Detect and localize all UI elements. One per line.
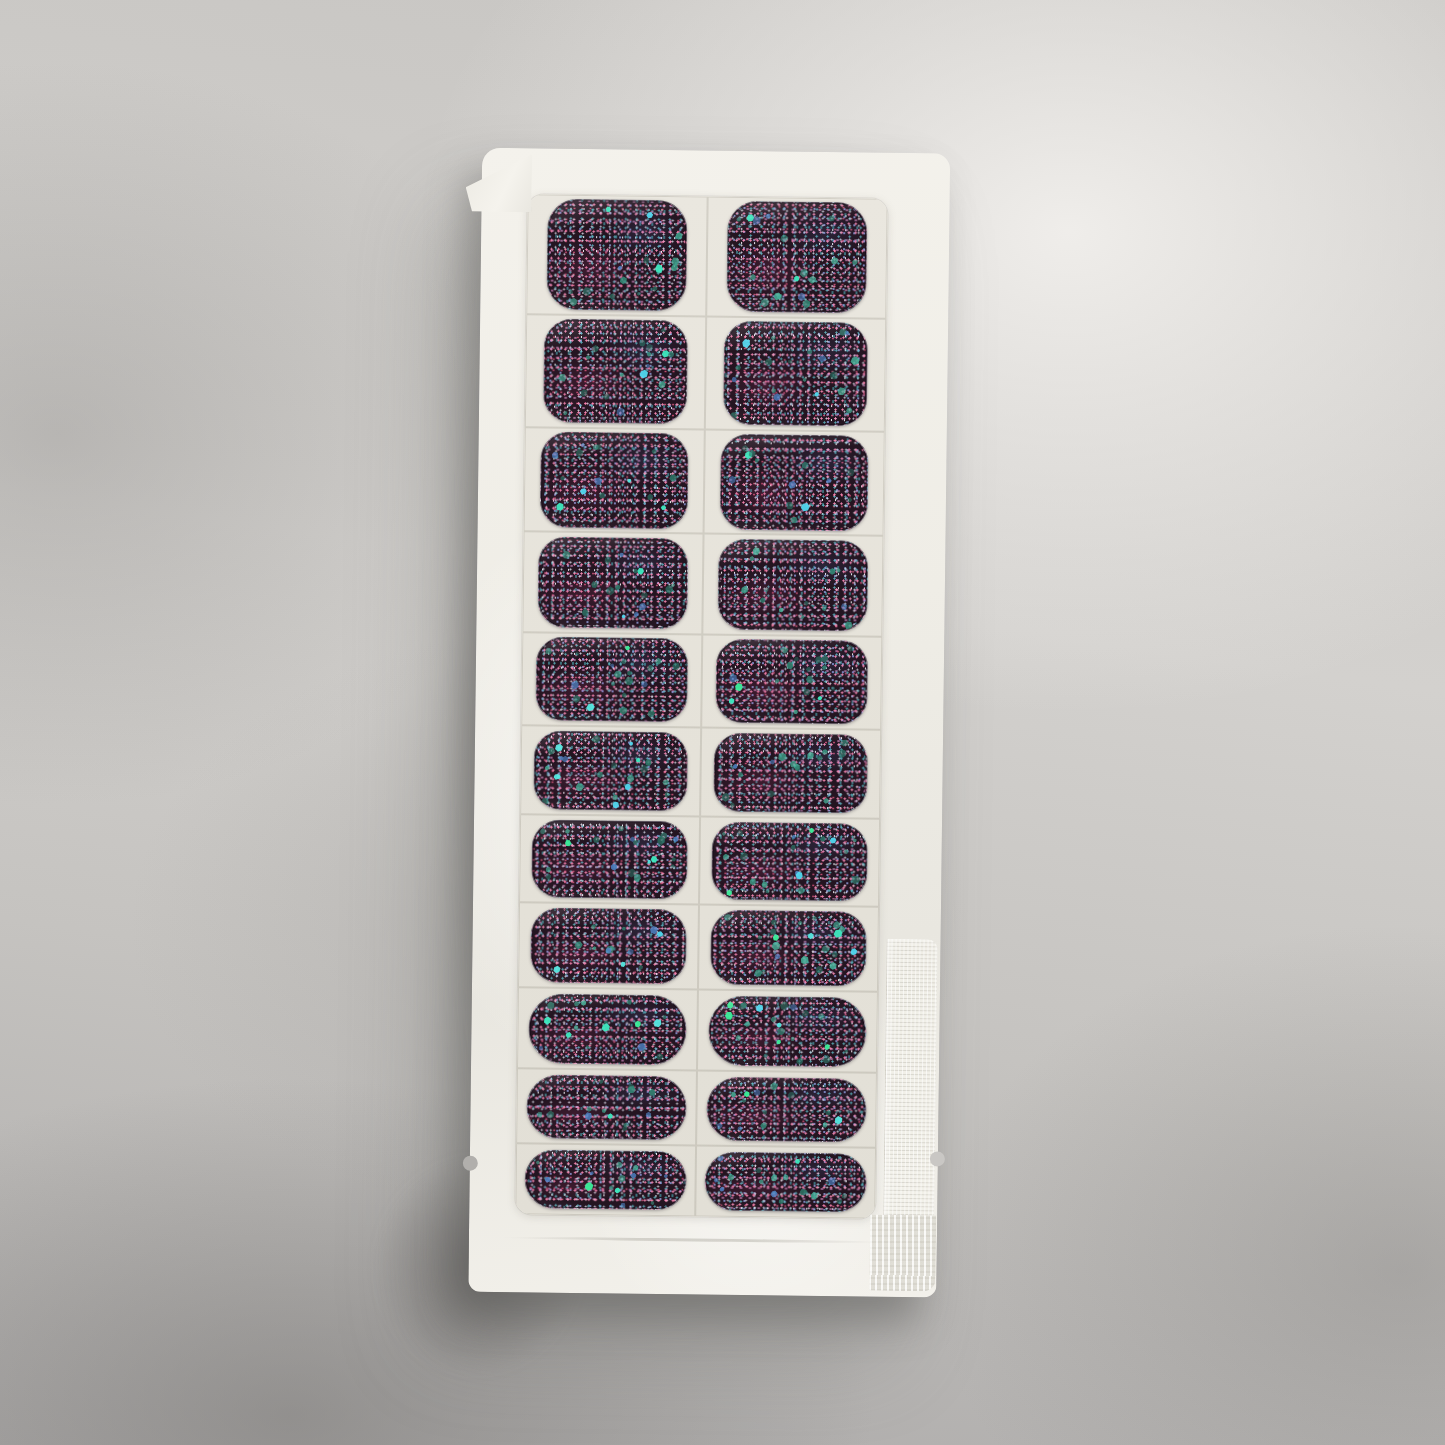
hex-sequin bbox=[668, 473, 679, 484]
hex-sequin bbox=[791, 844, 797, 850]
hex-sequin bbox=[754, 458, 759, 463]
hex-sequin bbox=[562, 410, 568, 416]
hex-sequin bbox=[579, 388, 589, 398]
hex-sequin bbox=[648, 925, 658, 935]
hex-sequin bbox=[564, 827, 571, 834]
hex-sequin bbox=[793, 710, 798, 715]
hex-sequin bbox=[811, 915, 818, 922]
hex-sequin bbox=[831, 920, 842, 931]
hex-sequin bbox=[575, 783, 585, 793]
hex-sequin bbox=[660, 327, 667, 334]
sheet-row bbox=[516, 1068, 877, 1147]
sheet-cell bbox=[698, 904, 879, 991]
hex-sequin bbox=[640, 590, 650, 600]
sheet-cell bbox=[524, 427, 705, 534]
hex-sequin bbox=[725, 889, 733, 897]
hex-sequin bbox=[798, 267, 810, 279]
hex-sequin bbox=[720, 791, 732, 803]
hex-sequin bbox=[809, 1191, 819, 1201]
sheet-cell bbox=[702, 534, 883, 636]
sheet-cell bbox=[696, 1071, 877, 1148]
hex-sequin bbox=[626, 947, 635, 956]
hex-sequin bbox=[615, 1160, 624, 1169]
hex-sequin bbox=[632, 1164, 640, 1172]
hex-sequin bbox=[663, 791, 670, 798]
tear-notch-left bbox=[463, 1156, 478, 1171]
hex-sequin bbox=[538, 1045, 544, 1051]
hex-sequin bbox=[556, 774, 562, 780]
hex-sequin bbox=[772, 933, 780, 941]
hex-sequin bbox=[727, 1173, 736, 1182]
hex-sequin bbox=[801, 377, 807, 383]
nail-wrap bbox=[530, 907, 688, 984]
hex-sequin bbox=[821, 1121, 828, 1128]
hex-sequin bbox=[573, 939, 584, 950]
hex-sequin bbox=[838, 328, 847, 337]
hex-sequin bbox=[671, 835, 679, 843]
hex-sequin bbox=[736, 1125, 744, 1133]
hex-sequin bbox=[570, 679, 581, 690]
hex-sequin bbox=[590, 344, 600, 354]
hex-sequin bbox=[806, 348, 814, 356]
hex-sequin bbox=[800, 1189, 808, 1197]
hex-sequin bbox=[647, 1088, 657, 1098]
hex-sequin bbox=[827, 214, 836, 223]
hex-sequin bbox=[789, 760, 797, 768]
hex-sequin bbox=[776, 1026, 786, 1036]
sheet-cell bbox=[522, 532, 703, 634]
hex-sequin bbox=[650, 448, 657, 455]
hex-sequin bbox=[605, 206, 611, 212]
hex-sequin bbox=[621, 691, 628, 698]
hex-sequin bbox=[611, 800, 620, 809]
nail-wrap bbox=[720, 434, 869, 532]
hex-sequin bbox=[737, 772, 744, 779]
hex-sequin bbox=[769, 1189, 779, 1199]
hex-sequin bbox=[640, 679, 650, 689]
sheet-cell bbox=[697, 990, 878, 1073]
sheet-row bbox=[518, 902, 879, 991]
sheet-cell bbox=[516, 1068, 697, 1145]
hex-sequin bbox=[761, 881, 768, 888]
hex-sequin bbox=[639, 764, 649, 774]
hex-sequin bbox=[635, 1041, 647, 1053]
hex-sequin bbox=[623, 1122, 630, 1129]
hex-sequin bbox=[841, 603, 848, 610]
hex-sequin bbox=[645, 363, 651, 369]
hex-sequin bbox=[837, 925, 846, 934]
hex-sequin bbox=[747, 449, 757, 459]
hex-sequin bbox=[790, 1037, 795, 1042]
hex-sequin bbox=[755, 1003, 765, 1013]
hex-sequin bbox=[792, 834, 797, 839]
hex-sequin bbox=[612, 794, 619, 801]
hex-sequin bbox=[852, 838, 857, 843]
hex-sequin bbox=[830, 256, 840, 266]
hex-sequin bbox=[816, 1011, 826, 1021]
hex-sequin bbox=[626, 670, 633, 677]
hex-sequin bbox=[610, 761, 620, 771]
hex-sequin bbox=[664, 583, 675, 594]
hex-sequin bbox=[633, 611, 640, 618]
hex-sequin bbox=[801, 298, 812, 309]
hex-sequin bbox=[655, 1051, 665, 1061]
hex-sequin bbox=[551, 451, 560, 460]
nail-wrap-sheet bbox=[515, 194, 887, 1218]
hex-sequin bbox=[645, 343, 655, 353]
hex-sequin bbox=[757, 934, 763, 940]
hex-sequin bbox=[624, 676, 634, 686]
hex-sequin bbox=[806, 751, 816, 761]
hex-sequin bbox=[626, 1084, 637, 1095]
hex-sequin bbox=[824, 1042, 832, 1050]
sheet-cell bbox=[700, 727, 881, 818]
hex-sequin bbox=[725, 1012, 734, 1021]
hex-sequin bbox=[728, 697, 736, 705]
hex-sequin bbox=[807, 931, 816, 940]
hex-sequin bbox=[590, 733, 602, 745]
nail-wrap bbox=[717, 538, 868, 631]
hex-sequin bbox=[721, 831, 727, 837]
hex-sequin bbox=[579, 442, 585, 448]
hex-sequin bbox=[821, 664, 828, 671]
sheet-row bbox=[520, 725, 881, 819]
nail-wrap bbox=[538, 536, 689, 629]
hex-sequin bbox=[785, 501, 794, 510]
hex-sequin bbox=[737, 1001, 747, 1011]
hex-sequin bbox=[775, 1022, 782, 1029]
hex-sequin bbox=[832, 927, 844, 939]
sheet-row bbox=[526, 194, 887, 318]
hex-sequin bbox=[840, 738, 850, 748]
hex-sequin bbox=[582, 609, 590, 617]
hex-sequin bbox=[805, 666, 812, 673]
hex-sequin bbox=[736, 216, 743, 223]
sheet-cell bbox=[518, 902, 699, 989]
hex-sequin bbox=[620, 961, 627, 968]
hex-sequin bbox=[627, 885, 633, 891]
hex-sequin bbox=[773, 677, 780, 684]
hex-sequin bbox=[742, 1090, 750, 1098]
hex-sequin bbox=[748, 877, 756, 885]
hex-sequin bbox=[803, 1189, 808, 1194]
hex-sequin bbox=[820, 1053, 832, 1065]
hex-sequin bbox=[844, 1048, 850, 1054]
hex-sequin bbox=[617, 265, 623, 271]
hex-sequin bbox=[635, 291, 641, 297]
hex-sequin bbox=[627, 1083, 636, 1092]
hex-sequin bbox=[846, 468, 855, 477]
hex-sequin bbox=[849, 947, 859, 957]
hex-sequin bbox=[827, 1177, 836, 1186]
hex-sequin bbox=[609, 293, 618, 302]
hex-sequin bbox=[731, 763, 738, 770]
hex-sequin bbox=[844, 849, 850, 855]
nail-wrap-package bbox=[468, 148, 950, 1298]
hex-sequin bbox=[671, 257, 680, 266]
hex-sequin bbox=[544, 646, 553, 655]
hex-sequin bbox=[560, 474, 567, 481]
sheet-cell bbox=[705, 316, 886, 432]
hex-sequin bbox=[540, 828, 547, 835]
hex-sequin bbox=[590, 923, 598, 931]
hex-sequin bbox=[762, 1110, 769, 1117]
hex-sequin bbox=[592, 945, 598, 951]
nail-wrap bbox=[546, 199, 688, 312]
nail-wrap bbox=[726, 201, 868, 314]
hex-sequin bbox=[734, 682, 745, 693]
hex-sequin bbox=[642, 256, 651, 265]
hex-sequin bbox=[657, 380, 668, 391]
hex-sequin bbox=[793, 764, 801, 772]
hex-sequin bbox=[843, 330, 850, 337]
hex-sequin bbox=[585, 701, 597, 713]
hex-sequin bbox=[620, 1202, 626, 1208]
hex-sequin bbox=[755, 1166, 764, 1175]
hex-sequin bbox=[713, 1177, 720, 1184]
packaging-pouch bbox=[468, 148, 950, 1298]
hex-sequin bbox=[846, 496, 853, 503]
hex-sequin bbox=[604, 944, 616, 956]
hex-sequin bbox=[627, 479, 632, 484]
sheet-row bbox=[515, 1143, 876, 1218]
nail-wrap bbox=[543, 318, 689, 424]
hex-sequin bbox=[808, 827, 815, 834]
hex-sequin bbox=[728, 673, 739, 684]
hex-sequin bbox=[645, 211, 654, 220]
hex-sequin bbox=[616, 1173, 627, 1184]
hex-sequin bbox=[670, 582, 676, 588]
sheet-cell bbox=[525, 314, 706, 430]
hex-sequin bbox=[788, 1002, 798, 1012]
hex-sequin bbox=[740, 444, 750, 454]
nail-wrap bbox=[715, 639, 868, 725]
photo-scene bbox=[0, 0, 1445, 1445]
hex-sequin bbox=[833, 1115, 844, 1126]
hex-sequin bbox=[764, 212, 772, 220]
hex-sequin bbox=[655, 835, 667, 847]
sheet-cell bbox=[517, 987, 698, 1070]
hex-sequin bbox=[771, 392, 782, 403]
hex-sequin bbox=[609, 944, 616, 951]
hex-sequin bbox=[836, 1197, 843, 1204]
hex-sequin bbox=[584, 1112, 593, 1121]
hex-sequin bbox=[609, 862, 618, 871]
hex-sequin bbox=[575, 652, 580, 657]
hex-sequin bbox=[738, 850, 750, 862]
hex-sequin bbox=[759, 596, 767, 604]
hex-sequin bbox=[829, 370, 840, 381]
hex-sequin bbox=[749, 273, 758, 282]
hex-sequin bbox=[763, 357, 774, 368]
hex-sequin bbox=[793, 656, 800, 663]
hex-sequin bbox=[779, 1001, 789, 1011]
hex-sequin bbox=[759, 1121, 768, 1130]
hex-sequin bbox=[595, 444, 602, 451]
nail-wrap bbox=[713, 732, 867, 813]
hex-sequin bbox=[546, 746, 556, 756]
nail-wrap bbox=[528, 993, 687, 1065]
sheet-row bbox=[519, 814, 880, 907]
nail-wrap bbox=[710, 910, 868, 987]
hex-sequin bbox=[592, 443, 601, 452]
hex-sequin bbox=[579, 999, 587, 1007]
hex-sequin bbox=[571, 694, 582, 705]
hex-sequin bbox=[715, 1153, 725, 1163]
nail-wrap bbox=[708, 995, 867, 1067]
hex-sequin bbox=[769, 759, 776, 766]
hex-sequin bbox=[649, 1200, 654, 1205]
hex-sequin bbox=[661, 348, 672, 359]
hex-sequin bbox=[795, 1056, 805, 1066]
hex-sequin bbox=[797, 920, 804, 927]
hex-sequin bbox=[740, 1097, 747, 1104]
hex-sequin bbox=[822, 797, 830, 805]
hex-sequin bbox=[536, 1111, 544, 1119]
sheet-cell bbox=[519, 814, 700, 904]
hex-sequin bbox=[618, 275, 629, 286]
hex-sequin bbox=[794, 870, 800, 876]
hex-sequin bbox=[803, 600, 810, 607]
hex-sequin bbox=[743, 1020, 751, 1028]
hex-sequin bbox=[638, 602, 649, 613]
sheet-row bbox=[525, 314, 886, 432]
hex-sequin bbox=[739, 1001, 748, 1010]
hex-sequin bbox=[731, 377, 737, 383]
tear-notch-right bbox=[930, 1151, 945, 1166]
sheet-cell bbox=[526, 194, 707, 316]
hex-sequin bbox=[718, 1186, 725, 1193]
pouch-crease-line bbox=[502, 1236, 886, 1244]
nail-wrap bbox=[535, 637, 688, 723]
hex-sequin bbox=[821, 747, 829, 755]
hex-sequin bbox=[807, 274, 818, 285]
hex-sequin bbox=[726, 1001, 735, 1010]
hex-sequin bbox=[837, 747, 849, 759]
hex-sequin bbox=[766, 789, 776, 799]
hex-sequin bbox=[765, 889, 770, 894]
hex-sequin bbox=[543, 1176, 552, 1185]
nail-wrap bbox=[712, 822, 868, 902]
hex-sequin bbox=[545, 1109, 556, 1120]
sheet-cell bbox=[695, 1145, 876, 1218]
hex-sequin bbox=[817, 695, 823, 701]
hex-sequin bbox=[734, 363, 742, 371]
hex-sequin bbox=[667, 350, 676, 359]
hex-sequin bbox=[799, 614, 805, 620]
hex-sequin bbox=[799, 955, 810, 966]
hex-sequin bbox=[646, 493, 654, 501]
hex-sequin bbox=[535, 1160, 541, 1166]
hex-sequin bbox=[613, 1186, 621, 1194]
hex-sequin bbox=[849, 355, 862, 368]
hex-sequin bbox=[786, 479, 798, 491]
hex-sequin bbox=[770, 1173, 779, 1182]
hex-sequin bbox=[620, 614, 626, 620]
hex-sequin bbox=[803, 688, 811, 696]
hex-sequin bbox=[628, 741, 633, 746]
hex-sequin bbox=[759, 969, 766, 976]
hex-sequin bbox=[762, 1053, 769, 1060]
hex-sequin bbox=[673, 230, 684, 241]
hex-sequin bbox=[825, 477, 833, 485]
hex-sequin bbox=[564, 839, 571, 846]
hex-sequin bbox=[544, 872, 552, 880]
hex-sequin bbox=[777, 1198, 785, 1206]
hex-sequin bbox=[795, 885, 806, 896]
sheet-row bbox=[524, 427, 885, 536]
hex-sequin bbox=[606, 1112, 614, 1120]
hex-sequin bbox=[799, 501, 811, 513]
hex-sequin bbox=[568, 290, 574, 296]
hex-sequin bbox=[828, 960, 839, 971]
hex-sequin bbox=[623, 783, 631, 791]
sheet-cell bbox=[699, 816, 880, 906]
hex-sequin bbox=[582, 286, 592, 296]
hex-sequin bbox=[831, 686, 836, 691]
hex-sequin bbox=[776, 751, 788, 763]
hex-sequin bbox=[775, 292, 783, 300]
hex-sequin bbox=[831, 951, 838, 958]
hex-sequin bbox=[542, 1015, 553, 1026]
nail-wrap bbox=[704, 1151, 867, 1213]
hex-sequin bbox=[633, 840, 639, 846]
hex-sequin bbox=[791, 516, 798, 523]
hex-sequin bbox=[770, 1015, 778, 1023]
hex-sequin bbox=[620, 659, 626, 665]
heat-seal-crimp-patch bbox=[869, 1215, 936, 1292]
sheet-cell bbox=[521, 632, 702, 727]
hex-sequin bbox=[776, 1039, 782, 1045]
hex-sequin bbox=[651, 856, 658, 863]
hex-sequin bbox=[659, 830, 669, 840]
hex-sequin bbox=[555, 501, 566, 512]
hex-sequin bbox=[585, 1045, 590, 1050]
hex-sequin bbox=[770, 387, 776, 393]
hex-sequin bbox=[633, 1019, 641, 1027]
hex-sequin bbox=[741, 338, 752, 349]
hex-sequin bbox=[586, 1105, 594, 1113]
hex-sequin bbox=[735, 1035, 742, 1042]
hex-sequin bbox=[763, 586, 770, 593]
hex-sequin bbox=[851, 259, 859, 267]
hex-sequin bbox=[795, 871, 804, 880]
hex-sequin bbox=[795, 1158, 802, 1165]
hex-sequin bbox=[540, 797, 549, 806]
hex-sequin bbox=[568, 296, 579, 307]
hex-sequin bbox=[598, 491, 607, 500]
hex-sequin bbox=[652, 1018, 662, 1028]
hex-sequin bbox=[617, 826, 624, 833]
hex-sequin bbox=[670, 863, 676, 869]
hex-sequin bbox=[773, 953, 782, 962]
sheet-row bbox=[517, 987, 878, 1072]
hex-sequin bbox=[613, 583, 621, 591]
hex-sequin bbox=[748, 555, 755, 562]
hex-sequin bbox=[635, 756, 642, 763]
hex-sequin bbox=[544, 764, 551, 771]
hex-sequin bbox=[816, 754, 824, 762]
hex-sequin bbox=[560, 755, 569, 764]
hex-sequin bbox=[792, 762, 801, 771]
sheet-cell bbox=[701, 634, 882, 729]
hex-sequin bbox=[849, 874, 862, 887]
hex-sequin bbox=[780, 645, 790, 655]
hex-sequin bbox=[622, 926, 627, 931]
hex-sequin bbox=[618, 371, 624, 377]
hex-sequin bbox=[598, 1078, 604, 1084]
sheet-cell bbox=[704, 429, 885, 536]
